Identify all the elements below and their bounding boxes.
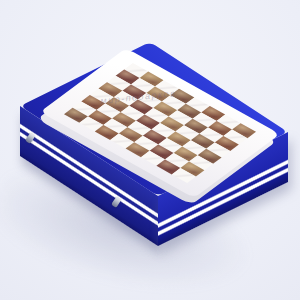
product-photo-scene: мир-подарков [0,0,300,300]
